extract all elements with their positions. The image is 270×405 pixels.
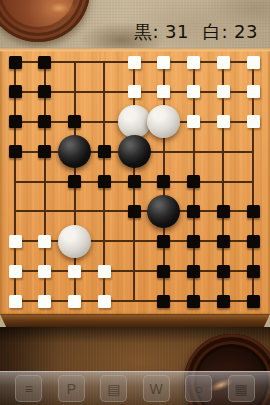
black-territory-square: [38, 85, 51, 98]
black-territory-square: [187, 265, 200, 278]
black-territory-square: [187, 175, 200, 188]
toolbar-button-circle[interactable]: ○: [185, 375, 212, 402]
white-territory-square: [38, 265, 51, 278]
white-territory-square: [68, 295, 81, 308]
white-territory-square: [187, 85, 200, 98]
letter-w-icon: W: [150, 382, 163, 396]
black-territory-square: [9, 115, 22, 128]
toolbar-button-w[interactable]: W: [143, 375, 170, 402]
black-territory-square: [157, 265, 170, 278]
white-territory-square: [187, 56, 200, 69]
black-territory-square: [217, 205, 230, 218]
white-territory-square: [217, 85, 230, 98]
black-territory-square: [217, 295, 230, 308]
white-territory-square: [157, 85, 170, 98]
letter-p-icon: P: [67, 382, 76, 396]
black-territory-square: [9, 56, 22, 69]
list-icon: ≡: [25, 382, 33, 396]
black-territory-square: [247, 205, 260, 218]
toolbar-button-document[interactable]: ▤: [100, 375, 127, 402]
black-territory-square: [187, 205, 200, 218]
black-territory-square: [98, 175, 111, 188]
white-territory-square: [247, 56, 260, 69]
circle-icon: ○: [194, 382, 202, 396]
grid-icon: ▦: [234, 382, 247, 396]
white-territory-square: [68, 265, 81, 278]
black-territory-square: [9, 145, 22, 158]
white-territory-square: [128, 56, 141, 69]
white-territory-square: [9, 295, 22, 308]
game-board[interactable]: [0, 48, 270, 314]
black-territory-square: [157, 175, 170, 188]
black-territory-square: [247, 235, 260, 248]
white-territory-square: [38, 295, 51, 308]
white-score-value: 23: [234, 21, 258, 42]
white-territory-square: [98, 295, 111, 308]
black-stone: [147, 195, 180, 228]
black-territory-square: [187, 235, 200, 248]
black-territory-square: [247, 265, 260, 278]
white-territory-square: [217, 56, 230, 69]
black-territory-square: [128, 205, 141, 218]
black-territory-square: [38, 56, 51, 69]
white-territory-square: [187, 115, 200, 128]
white-territory-square: [247, 115, 260, 128]
black-territory-square: [128, 175, 141, 188]
black-territory-square: [38, 145, 51, 158]
bowl-highlight: [42, 0, 76, 18]
white-territory-square: [247, 85, 260, 98]
black-territory-square: [217, 265, 230, 278]
black-territory-square: [247, 295, 260, 308]
white-territory-square: [9, 265, 22, 278]
black-territory-square: [187, 295, 200, 308]
white-territory-square: [157, 56, 170, 69]
black-stone: [118, 135, 151, 168]
black-territory-square: [217, 235, 230, 248]
black-territory-square: [68, 175, 81, 188]
black-territory-square: [68, 115, 81, 128]
toolbar-button-p[interactable]: P: [58, 375, 85, 402]
white-score-label: 白:: [203, 21, 228, 42]
white-territory-square: [217, 115, 230, 128]
black-score-label: 黒:: [134, 21, 159, 42]
score-display: 黒:31白:23: [0, 20, 258, 44]
bottom-toolbar: ≡ P ▤ W ○ ▦: [0, 371, 270, 405]
white-stone: [118, 105, 151, 138]
black-score-value: 31: [165, 21, 189, 42]
document-icon: ▤: [107, 382, 120, 396]
white-stone: [58, 225, 91, 258]
white-territory-square: [128, 85, 141, 98]
black-stone: [58, 135, 91, 168]
black-territory-square: [157, 295, 170, 308]
toolbar-button-list[interactable]: ≡: [15, 375, 42, 402]
black-territory-square: [9, 85, 22, 98]
toolbar-button-grid[interactable]: ▦: [228, 375, 255, 402]
black-territory-square: [38, 115, 51, 128]
black-territory-square: [157, 235, 170, 248]
black-territory-square: [98, 145, 111, 158]
app-screen: 黒:31白:23 ≡ P ▤ W ○ ▦: [0, 0, 270, 405]
white-stone: [147, 105, 180, 138]
white-territory-square: [9, 235, 22, 248]
white-territory-square: [38, 235, 51, 248]
white-territory-square: [98, 265, 111, 278]
